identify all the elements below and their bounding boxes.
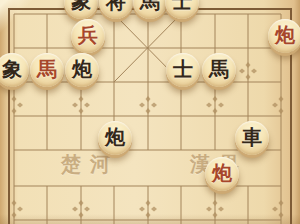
piece-black-cannon[interactable]: 炮 (98, 121, 132, 155)
piece-glyph-soldier: 兵 (78, 22, 98, 49)
piece-red-cannon[interactable]: 炮 (205, 157, 239, 191)
piece-black-horse[interactable]: 馬 (133, 0, 167, 19)
piece-glyph-general: 将 (106, 0, 126, 15)
piece-red-cannon[interactable]: 炮 (268, 19, 300, 53)
piece-black-advisor[interactable]: 士 (166, 53, 200, 87)
piece-red-soldier[interactable]: 兵 (71, 19, 105, 53)
piece-black-horse[interactable]: 馬 (202, 53, 236, 87)
piece-glyph-cannon: 炮 (105, 124, 125, 151)
piece-black-advisor[interactable]: 士 (165, 0, 199, 19)
piece-black-cannon[interactable]: 炮 (65, 53, 99, 87)
piece-glyph-horse: 馬 (209, 56, 229, 83)
piece-glyph-elephant: 象 (2, 56, 22, 83)
piece-glyph-advisor: 士 (172, 0, 192, 15)
xiangqi-board[interactable]: 楚河 漢界 象将馬士兵炮象馬炮士馬炮車炮 (0, 0, 300, 224)
piece-black-elephant[interactable]: 象 (64, 0, 98, 19)
piece-glyph-chariot: 車 (242, 124, 262, 151)
piece-glyph-cannon: 炮 (275, 22, 295, 49)
piece-black-general[interactable]: 将 (99, 0, 133, 19)
piece-glyph-cannon: 炮 (72, 56, 92, 83)
piece-glyph-cannon: 炮 (212, 160, 232, 187)
piece-glyph-horse: 馬 (37, 56, 57, 83)
piece-layer: 象将馬士兵炮象馬炮士馬炮車炮 (0, 0, 300, 224)
piece-glyph-horse: 馬 (140, 0, 160, 15)
piece-black-chariot[interactable]: 車 (235, 121, 269, 155)
piece-glyph-advisor: 士 (173, 56, 193, 83)
piece-glyph-elephant: 象 (71, 0, 91, 15)
piece-red-horse[interactable]: 馬 (30, 53, 64, 87)
piece-black-elephant[interactable]: 象 (0, 53, 29, 87)
